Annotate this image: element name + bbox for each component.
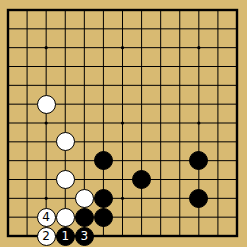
move-number-label: 3 [81,230,89,242]
black-stone[interactable] [94,208,113,227]
star-point [121,46,124,49]
goban[interactable]: 4213 [0,0,247,247]
star-point [45,197,48,200]
black-stone[interactable]: 1 [56,227,75,246]
white-stone[interactable] [56,170,75,189]
star-point [45,46,48,49]
move-number-label: 4 [42,211,50,223]
black-stone[interactable] [94,151,113,170]
star-point [45,121,48,124]
white-stone[interactable] [56,208,75,227]
star-point [197,46,200,49]
white-stone[interactable]: 2 [37,227,56,246]
board-grid [0,0,247,247]
white-stone[interactable] [56,132,75,151]
black-stone[interactable] [94,189,113,208]
black-stone[interactable] [75,208,94,227]
white-stone[interactable] [37,95,56,114]
black-stone[interactable]: 3 [75,227,94,246]
move-number-label: 1 [61,230,69,242]
black-stone[interactable] [132,170,151,189]
white-stone[interactable]: 4 [37,208,56,227]
star-point [197,121,200,124]
star-point [121,121,124,124]
move-number-label: 2 [42,230,50,242]
white-stone[interactable] [75,189,94,208]
star-point [121,197,124,200]
